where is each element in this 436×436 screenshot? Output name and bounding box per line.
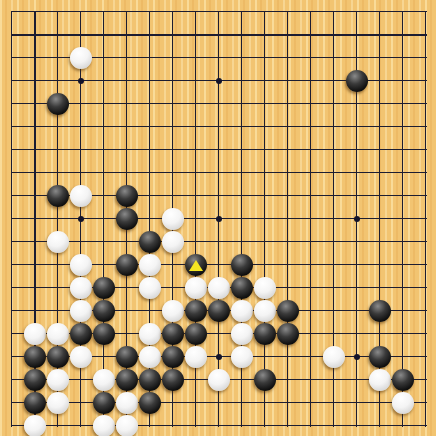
- board-cell[interactable]: [23, 276, 46, 299]
- board-cell[interactable]: [276, 299, 299, 322]
- board-cell[interactable]: [138, 92, 161, 115]
- board-cell[interactable]: [138, 299, 161, 322]
- white-stone[interactable]: [70, 300, 92, 322]
- board-cell[interactable]: [276, 0, 299, 23]
- board-cell[interactable]: [69, 69, 92, 92]
- board-cell[interactable]: [368, 207, 391, 230]
- board-cell[interactable]: [230, 230, 253, 253]
- board-cell[interactable]: [0, 253, 23, 276]
- board-cell[interactable]: [322, 253, 345, 276]
- board-cell[interactable]: [46, 46, 69, 69]
- board-cell[interactable]: [115, 230, 138, 253]
- black-stone[interactable]: [277, 323, 299, 345]
- board-cell[interactable]: [161, 138, 184, 161]
- board-cell[interactable]: [368, 92, 391, 115]
- board-cell[interactable]: [391, 115, 414, 138]
- board-cell[interactable]: [161, 276, 184, 299]
- board-cell[interactable]: [207, 207, 230, 230]
- board-cell[interactable]: [345, 368, 368, 391]
- board-cell[interactable]: [0, 46, 23, 69]
- board-cell[interactable]: [207, 391, 230, 414]
- board-cell[interactable]: [184, 299, 207, 322]
- board-cell[interactable]: [161, 46, 184, 69]
- board-cell[interactable]: [69, 253, 92, 276]
- board-cell[interactable]: [368, 253, 391, 276]
- board-cell[interactable]: [276, 92, 299, 115]
- board-cell[interactable]: [138, 322, 161, 345]
- white-stone[interactable]: [47, 231, 69, 253]
- black-stone[interactable]: [47, 93, 69, 115]
- board-cell[interactable]: [69, 368, 92, 391]
- board-cell[interactable]: [115, 0, 138, 23]
- board-cell[interactable]: [345, 207, 368, 230]
- board-cell[interactable]: [115, 115, 138, 138]
- board-cell[interactable]: [391, 253, 414, 276]
- board-cell[interactable]: [276, 345, 299, 368]
- board-cell[interactable]: [184, 46, 207, 69]
- board-cell[interactable]: [322, 414, 345, 436]
- white-stone[interactable]: [70, 277, 92, 299]
- board-cell[interactable]: [23, 161, 46, 184]
- board-cell[interactable]: [299, 345, 322, 368]
- black-stone[interactable]: [162, 369, 184, 391]
- board-cell[interactable]: [184, 391, 207, 414]
- board-cell[interactable]: [184, 69, 207, 92]
- board-cell[interactable]: [299, 0, 322, 23]
- board-cell[interactable]: [414, 230, 436, 253]
- board-cell[interactable]: [69, 23, 92, 46]
- board-cell[interactable]: [69, 207, 92, 230]
- board-cell[interactable]: [23, 23, 46, 46]
- white-stone[interactable]: [185, 346, 207, 368]
- board-cell[interactable]: [23, 230, 46, 253]
- board-cell[interactable]: [0, 69, 23, 92]
- board-cell[interactable]: [345, 276, 368, 299]
- black-stone[interactable]: [93, 300, 115, 322]
- board-cell[interactable]: [299, 46, 322, 69]
- board-cell[interactable]: [184, 345, 207, 368]
- board-cell[interactable]: [299, 391, 322, 414]
- board-cell[interactable]: [0, 115, 23, 138]
- board-cell[interactable]: [138, 230, 161, 253]
- board-cell[interactable]: [345, 138, 368, 161]
- white-stone[interactable]: [47, 392, 69, 414]
- board-cell[interactable]: [115, 184, 138, 207]
- board-cell[interactable]: [23, 0, 46, 23]
- black-stone[interactable]: [231, 277, 253, 299]
- board-cell[interactable]: [92, 299, 115, 322]
- board-cell[interactable]: [0, 230, 23, 253]
- board-cell[interactable]: [368, 391, 391, 414]
- board-cell[interactable]: [253, 161, 276, 184]
- white-stone[interactable]: [139, 254, 161, 276]
- board-cell[interactable]: [345, 230, 368, 253]
- black-stone[interactable]: [369, 300, 391, 322]
- board-cell[interactable]: [0, 391, 23, 414]
- board-cell[interactable]: [161, 23, 184, 46]
- board-cell[interactable]: [230, 414, 253, 436]
- black-stone[interactable]: [185, 323, 207, 345]
- board-cell[interactable]: [299, 207, 322, 230]
- board-cell[interactable]: [46, 207, 69, 230]
- white-stone[interactable]: [70, 346, 92, 368]
- board-cell[interactable]: [391, 161, 414, 184]
- board-cell[interactable]: [322, 46, 345, 69]
- white-stone[interactable]: [93, 369, 115, 391]
- board-cell[interactable]: [115, 276, 138, 299]
- board-cell[interactable]: [207, 138, 230, 161]
- white-stone[interactable]: [231, 323, 253, 345]
- board-cell[interactable]: [345, 92, 368, 115]
- white-stone[interactable]: [116, 392, 138, 414]
- board-cell[interactable]: [322, 184, 345, 207]
- board-cell[interactable]: [115, 69, 138, 92]
- board-cell[interactable]: [92, 276, 115, 299]
- board-cell[interactable]: [391, 92, 414, 115]
- white-stone[interactable]: [208, 277, 230, 299]
- board-cell[interactable]: [368, 23, 391, 46]
- board-cell[interactable]: [207, 368, 230, 391]
- board-cell[interactable]: [138, 161, 161, 184]
- board-cell[interactable]: [138, 391, 161, 414]
- board-cell[interactable]: [92, 184, 115, 207]
- board-cell[interactable]: [69, 391, 92, 414]
- board-cell[interactable]: [414, 161, 436, 184]
- board-cell[interactable]: [276, 207, 299, 230]
- black-stone[interactable]: [47, 185, 69, 207]
- board-cell[interactable]: [207, 414, 230, 436]
- board-cell[interactable]: [414, 184, 436, 207]
- board-cell[interactable]: [23, 69, 46, 92]
- board-cell[interactable]: [115, 391, 138, 414]
- board-cell[interactable]: [46, 23, 69, 46]
- board-cell[interactable]: [69, 414, 92, 436]
- board-cell[interactable]: [322, 23, 345, 46]
- board-cell[interactable]: [161, 0, 184, 23]
- board-cell[interactable]: [368, 345, 391, 368]
- board-cell[interactable]: [322, 345, 345, 368]
- board-cell[interactable]: [230, 345, 253, 368]
- board-cell[interactable]: [115, 23, 138, 46]
- board-cell[interactable]: [414, 207, 436, 230]
- board-cell[interactable]: [138, 207, 161, 230]
- board-cell[interactable]: [115, 253, 138, 276]
- board-cell[interactable]: [299, 138, 322, 161]
- board-cell[interactable]: [184, 253, 207, 276]
- board-cell[interactable]: [46, 322, 69, 345]
- board-cell[interactable]: [253, 345, 276, 368]
- board-cell[interactable]: [161, 92, 184, 115]
- board-cell[interactable]: [23, 46, 46, 69]
- board-cell[interactable]: [115, 46, 138, 69]
- board-cell[interactable]: [345, 391, 368, 414]
- white-stone[interactable]: [231, 346, 253, 368]
- black-stone[interactable]: [116, 208, 138, 230]
- board-cell[interactable]: [69, 322, 92, 345]
- board-cell[interactable]: [161, 345, 184, 368]
- board-cell[interactable]: [184, 207, 207, 230]
- board-cell[interactable]: [46, 138, 69, 161]
- board-cell[interactable]: [368, 115, 391, 138]
- board-cell[interactable]: [69, 161, 92, 184]
- board-cell[interactable]: [391, 184, 414, 207]
- board-cell[interactable]: [0, 207, 23, 230]
- board-cell[interactable]: [299, 276, 322, 299]
- board-cell[interactable]: [391, 207, 414, 230]
- board-cell[interactable]: [92, 368, 115, 391]
- board-cell[interactable]: [368, 0, 391, 23]
- board-cell[interactable]: [184, 230, 207, 253]
- black-stone[interactable]: [254, 369, 276, 391]
- board-cell[interactable]: [276, 414, 299, 436]
- white-stone[interactable]: [254, 277, 276, 299]
- board-cell[interactable]: [138, 253, 161, 276]
- board-cell[interactable]: [0, 23, 23, 46]
- board-cell[interactable]: [253, 115, 276, 138]
- board-cell[interactable]: [391, 368, 414, 391]
- board-cell[interactable]: [207, 299, 230, 322]
- board-cell[interactable]: [69, 184, 92, 207]
- board-cell[interactable]: [161, 368, 184, 391]
- board-cell[interactable]: [92, 115, 115, 138]
- black-stone[interactable]: [116, 254, 138, 276]
- board-cell[interactable]: [115, 161, 138, 184]
- board-cell[interactable]: [0, 161, 23, 184]
- board-cell[interactable]: [92, 322, 115, 345]
- board-cell[interactable]: [46, 276, 69, 299]
- board-cell[interactable]: [276, 138, 299, 161]
- board-cell[interactable]: [299, 368, 322, 391]
- board-cell[interactable]: [207, 322, 230, 345]
- white-stone[interactable]: [208, 369, 230, 391]
- board-cell[interactable]: [0, 299, 23, 322]
- board-cell[interactable]: [138, 276, 161, 299]
- board-cell[interactable]: [230, 23, 253, 46]
- board-cell[interactable]: [46, 253, 69, 276]
- board-cell[interactable]: [23, 184, 46, 207]
- board-cell[interactable]: [230, 0, 253, 23]
- board-cell[interactable]: [253, 230, 276, 253]
- board-cell[interactable]: [138, 414, 161, 436]
- board-cell[interactable]: [322, 207, 345, 230]
- board-cell[interactable]: [23, 299, 46, 322]
- white-stone[interactable]: [323, 346, 345, 368]
- board-cell[interactable]: [115, 322, 138, 345]
- black-stone[interactable]: [93, 277, 115, 299]
- board-cell[interactable]: [414, 138, 436, 161]
- board-cell[interactable]: [138, 368, 161, 391]
- board-cell[interactable]: [23, 207, 46, 230]
- black-stone[interactable]: [139, 231, 161, 253]
- white-stone[interactable]: [70, 47, 92, 69]
- board-cell[interactable]: [253, 0, 276, 23]
- black-stone[interactable]: [208, 300, 230, 322]
- board-cell[interactable]: [161, 161, 184, 184]
- board-cell[interactable]: [299, 184, 322, 207]
- board-cell[interactable]: [92, 46, 115, 69]
- board-cell[interactable]: [322, 322, 345, 345]
- board-cell[interactable]: [230, 207, 253, 230]
- board-cell[interactable]: [184, 161, 207, 184]
- board-cell[interactable]: [391, 230, 414, 253]
- board-cell[interactable]: [391, 414, 414, 436]
- board-cell[interactable]: [92, 253, 115, 276]
- board-cell[interactable]: [230, 368, 253, 391]
- board-cell[interactable]: [46, 0, 69, 23]
- board-cell[interactable]: [414, 69, 436, 92]
- board-cell[interactable]: [69, 276, 92, 299]
- black-stone[interactable]: [162, 323, 184, 345]
- black-stone[interactable]: [116, 369, 138, 391]
- board-cell[interactable]: [207, 230, 230, 253]
- board-cell[interactable]: [345, 23, 368, 46]
- board-cell[interactable]: [253, 322, 276, 345]
- board-cell[interactable]: [69, 138, 92, 161]
- board-cell[interactable]: [276, 161, 299, 184]
- board-cell[interactable]: [161, 115, 184, 138]
- white-stone[interactable]: [231, 300, 253, 322]
- board-cell[interactable]: [253, 46, 276, 69]
- board-cell[interactable]: [161, 322, 184, 345]
- board-cell[interactable]: [230, 69, 253, 92]
- board-cell[interactable]: [299, 322, 322, 345]
- board-cell[interactable]: [368, 322, 391, 345]
- board-cell[interactable]: [230, 115, 253, 138]
- board-cell[interactable]: [230, 391, 253, 414]
- board-cell[interactable]: [253, 23, 276, 46]
- board-cell[interactable]: [138, 0, 161, 23]
- board-cell[interactable]: [230, 138, 253, 161]
- board-cell[interactable]: [0, 0, 23, 23]
- board-cell[interactable]: [253, 368, 276, 391]
- board-cell[interactable]: [253, 391, 276, 414]
- board-cell[interactable]: [46, 161, 69, 184]
- board-cell[interactable]: [391, 46, 414, 69]
- board-cell[interactable]: [276, 276, 299, 299]
- board-cell[interactable]: [207, 184, 230, 207]
- board-cell[interactable]: [322, 299, 345, 322]
- board-cell[interactable]: [368, 368, 391, 391]
- board-cell[interactable]: [322, 230, 345, 253]
- board-cell[interactable]: [322, 92, 345, 115]
- board-cell[interactable]: [23, 391, 46, 414]
- board-cell[interactable]: [161, 414, 184, 436]
- board-cell[interactable]: [276, 115, 299, 138]
- board-cell[interactable]: [253, 184, 276, 207]
- black-stone[interactable]: [185, 254, 207, 276]
- board-cell[interactable]: [368, 69, 391, 92]
- white-stone[interactable]: [24, 323, 46, 345]
- board-cell[interactable]: [414, 46, 436, 69]
- board-cell[interactable]: [184, 322, 207, 345]
- board-cell[interactable]: [276, 253, 299, 276]
- board-cell[interactable]: [69, 230, 92, 253]
- board-cell[interactable]: [276, 46, 299, 69]
- board-cell[interactable]: [46, 69, 69, 92]
- board-cell[interactable]: [299, 230, 322, 253]
- board-cell[interactable]: [23, 414, 46, 436]
- board-cell[interactable]: [207, 115, 230, 138]
- board-cell[interactable]: [345, 0, 368, 23]
- board-cell[interactable]: [92, 69, 115, 92]
- board-cell[interactable]: [414, 253, 436, 276]
- board-cell[interactable]: [253, 138, 276, 161]
- board-cell[interactable]: [46, 115, 69, 138]
- board-cell[interactable]: [414, 276, 436, 299]
- board-cell[interactable]: [23, 368, 46, 391]
- black-stone[interactable]: [139, 369, 161, 391]
- board-cell[interactable]: [115, 92, 138, 115]
- board-cell[interactable]: [230, 276, 253, 299]
- board-cell[interactable]: [230, 299, 253, 322]
- board-cell[interactable]: [92, 414, 115, 436]
- board-cell[interactable]: [414, 0, 436, 23]
- board-cell[interactable]: [46, 230, 69, 253]
- board-cell[interactable]: [115, 207, 138, 230]
- board-cell[interactable]: [0, 184, 23, 207]
- board-cell[interactable]: [0, 345, 23, 368]
- board-cell[interactable]: [161, 253, 184, 276]
- board-cell[interactable]: [368, 299, 391, 322]
- board-cell[interactable]: [368, 230, 391, 253]
- board-cell[interactable]: [184, 276, 207, 299]
- board-cell[interactable]: [138, 46, 161, 69]
- board-cell[interactable]: [69, 345, 92, 368]
- board-cell[interactable]: [46, 414, 69, 436]
- board-cell[interactable]: [207, 69, 230, 92]
- board-cell[interactable]: [161, 69, 184, 92]
- board-cell[interactable]: [368, 414, 391, 436]
- board-cell[interactable]: [322, 0, 345, 23]
- board-cell[interactable]: [322, 138, 345, 161]
- board-cell[interactable]: [184, 368, 207, 391]
- white-stone[interactable]: [47, 323, 69, 345]
- white-stone[interactable]: [24, 415, 46, 436]
- black-stone[interactable]: [185, 300, 207, 322]
- board-cell[interactable]: [138, 115, 161, 138]
- board-cell[interactable]: [184, 92, 207, 115]
- board-cell[interactable]: [368, 276, 391, 299]
- board-cell[interactable]: [115, 414, 138, 436]
- board-cell[interactable]: [368, 138, 391, 161]
- board-cell[interactable]: [92, 92, 115, 115]
- board-cell[interactable]: [391, 299, 414, 322]
- board-cell[interactable]: [69, 115, 92, 138]
- black-stone[interactable]: [93, 323, 115, 345]
- board-cell[interactable]: [276, 391, 299, 414]
- board-cell[interactable]: [46, 345, 69, 368]
- board-cell[interactable]: [92, 391, 115, 414]
- board-cell[interactable]: [276, 69, 299, 92]
- board-cell[interactable]: [345, 161, 368, 184]
- board-cell[interactable]: [391, 138, 414, 161]
- board-cell[interactable]: [92, 23, 115, 46]
- board-cell[interactable]: [115, 299, 138, 322]
- board-cell[interactable]: [46, 391, 69, 414]
- board-cell[interactable]: [299, 23, 322, 46]
- black-stone[interactable]: [116, 346, 138, 368]
- board-cell[interactable]: [115, 345, 138, 368]
- board-cell[interactable]: [207, 0, 230, 23]
- board-cell[interactable]: [161, 184, 184, 207]
- white-stone[interactable]: [254, 300, 276, 322]
- black-stone[interactable]: [369, 346, 391, 368]
- board-cell[interactable]: [253, 92, 276, 115]
- black-stone[interactable]: [346, 70, 368, 92]
- black-stone[interactable]: [24, 346, 46, 368]
- board-cell[interactable]: [414, 345, 436, 368]
- board-cell[interactable]: [138, 184, 161, 207]
